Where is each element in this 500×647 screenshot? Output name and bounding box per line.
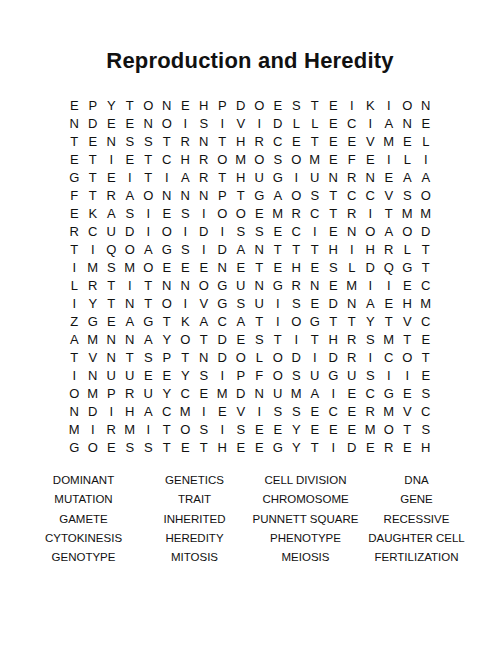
grid-cell[interactable]: S xyxy=(417,420,436,438)
grid-cell[interactable]: O xyxy=(213,150,232,168)
grid-cell[interactable]: L xyxy=(398,240,417,258)
grid-cell[interactable]: I xyxy=(269,294,288,312)
grid-cell[interactable]: Y xyxy=(102,96,121,114)
grid-cell[interactable]: I xyxy=(65,366,84,384)
grid-cell[interactable]: N xyxy=(121,294,140,312)
grid-cell[interactable]: A xyxy=(232,312,251,330)
grid-cell[interactable]: S xyxy=(287,366,306,384)
grid-cell[interactable]: R xyxy=(65,222,84,240)
grid-cell[interactable]: E xyxy=(250,204,269,222)
grid-cell[interactable]: S xyxy=(195,420,214,438)
grid-cell[interactable]: M xyxy=(269,204,288,222)
grid-cell[interactable]: S xyxy=(287,96,306,114)
grid-cell[interactable]: T xyxy=(84,186,103,204)
grid-cell[interactable]: E xyxy=(343,420,362,438)
grid-cell[interactable]: Y xyxy=(158,384,177,402)
grid-cell[interactable]: S xyxy=(250,222,269,240)
grid-cell[interactable]: M xyxy=(380,132,399,150)
grid-cell[interactable]: O xyxy=(176,420,195,438)
grid-cell[interactable]: C xyxy=(84,222,103,240)
grid-cell[interactable]: T xyxy=(269,330,288,348)
grid-cell[interactable]: H xyxy=(287,258,306,276)
grid-cell[interactable]: O xyxy=(213,204,232,222)
grid-cell[interactable]: N xyxy=(250,384,269,402)
grid-cell[interactable]: T xyxy=(158,438,177,456)
grid-cell[interactable]: T xyxy=(306,132,325,150)
grid-cell[interactable]: T xyxy=(398,330,417,348)
grid-cell[interactable]: E xyxy=(324,420,343,438)
grid-cell[interactable]: F xyxy=(65,186,84,204)
grid-cell[interactable]: I xyxy=(306,348,325,366)
grid-cell[interactable]: M xyxy=(176,402,195,420)
grid-cell[interactable]: C xyxy=(269,132,288,150)
grid-cell[interactable]: I xyxy=(269,312,288,330)
grid-cell[interactable]: N xyxy=(139,114,158,132)
grid-cell[interactable]: N xyxy=(158,186,177,204)
grid-cell[interactable]: E xyxy=(398,384,417,402)
grid-cell[interactable]: I xyxy=(102,150,121,168)
grid-cell[interactable]: A xyxy=(102,204,121,222)
grid-cell[interactable]: E xyxy=(306,420,325,438)
grid-cell[interactable]: A xyxy=(361,294,380,312)
grid-cell[interactable]: E xyxy=(361,150,380,168)
grid-cell[interactable]: Q xyxy=(380,258,399,276)
grid-cell[interactable]: N xyxy=(176,276,195,294)
grid-cell[interactable]: L xyxy=(250,348,269,366)
grid-cell[interactable]: E xyxy=(213,402,232,420)
grid-cell[interactable]: M xyxy=(84,330,103,348)
grid-cell[interactable]: R xyxy=(287,276,306,294)
grid-cell[interactable]: M xyxy=(417,294,436,312)
grid-cell[interactable]: V xyxy=(195,294,214,312)
grid-cell[interactable]: P xyxy=(213,96,232,114)
grid-cell[interactable]: U xyxy=(250,294,269,312)
grid-cell[interactable]: M xyxy=(380,402,399,420)
grid-cell[interactable]: I xyxy=(102,402,121,420)
grid-cell[interactable]: O xyxy=(398,222,417,240)
grid-cell[interactable]: T xyxy=(65,240,84,258)
grid-cell[interactable]: I xyxy=(176,294,195,312)
grid-cell[interactable]: R xyxy=(287,204,306,222)
grid-cell[interactable]: S xyxy=(287,402,306,420)
grid-cell[interactable]: G xyxy=(139,312,158,330)
grid-cell[interactable]: C xyxy=(361,384,380,402)
grid-cell[interactable]: E xyxy=(102,312,121,330)
grid-cell[interactable]: C xyxy=(417,312,436,330)
grid-cell[interactable]: N xyxy=(343,294,362,312)
grid-cell[interactable]: E xyxy=(306,402,325,420)
grid-cell[interactable]: G xyxy=(269,438,288,456)
grid-cell[interactable]: H xyxy=(121,402,140,420)
grid-cell[interactable]: N xyxy=(102,132,121,150)
grid-cell[interactable]: D xyxy=(232,96,251,114)
grid-cell[interactable]: I xyxy=(65,258,84,276)
grid-cell[interactable]: I xyxy=(361,276,380,294)
grid-cell[interactable]: V xyxy=(232,402,251,420)
grid-cell[interactable]: I xyxy=(250,114,269,132)
grid-cell[interactable]: E xyxy=(324,96,343,114)
grid-cell[interactable]: P xyxy=(213,186,232,204)
grid-cell[interactable]: I xyxy=(343,240,362,258)
grid-cell[interactable]: O xyxy=(380,420,399,438)
grid-cell[interactable]: D xyxy=(361,258,380,276)
grid-cell[interactable]: R xyxy=(361,402,380,420)
grid-cell[interactable]: T xyxy=(417,240,436,258)
grid-cell[interactable]: E xyxy=(324,132,343,150)
grid-cell[interactable]: E xyxy=(398,276,417,294)
grid-cell[interactable]: T xyxy=(139,168,158,186)
grid-cell[interactable]: N xyxy=(158,96,177,114)
grid-cell[interactable]: E xyxy=(65,150,84,168)
grid-cell[interactable]: G xyxy=(324,366,343,384)
grid-cell[interactable]: N xyxy=(250,276,269,294)
grid-cell[interactable]: G xyxy=(84,312,103,330)
grid-cell[interactable]: T xyxy=(232,186,251,204)
grid-cell[interactable]: N xyxy=(398,114,417,132)
grid-cell[interactable]: P xyxy=(158,348,177,366)
grid-cell[interactable]: S xyxy=(417,384,436,402)
grid-cell[interactable]: E xyxy=(324,150,343,168)
grid-cell[interactable]: E xyxy=(84,132,103,150)
grid-cell[interactable]: M xyxy=(306,150,325,168)
grid-cell[interactable]: C xyxy=(361,186,380,204)
grid-cell[interactable]: E xyxy=(232,438,251,456)
grid-cell[interactable]: O xyxy=(250,150,269,168)
grid-cell[interactable]: K xyxy=(84,204,103,222)
grid-cell[interactable]: D xyxy=(324,348,343,366)
grid-cell[interactable]: E xyxy=(398,132,417,150)
grid-cell[interactable]: N xyxy=(343,222,362,240)
grid-cell[interactable]: I xyxy=(84,240,103,258)
grid-cell[interactable]: L xyxy=(306,114,325,132)
grid-cell[interactable]: U xyxy=(306,168,325,186)
grid-cell[interactable]: T xyxy=(158,132,177,150)
grid-cell[interactable]: I xyxy=(139,222,158,240)
grid-cell[interactable]: T xyxy=(250,312,269,330)
grid-cell[interactable]: C xyxy=(213,312,232,330)
grid-cell[interactable]: I xyxy=(287,168,306,186)
grid-cell[interactable]: O xyxy=(84,438,103,456)
grid-cell[interactable]: D xyxy=(84,402,103,420)
grid-cell[interactable]: S xyxy=(232,294,251,312)
grid-cell[interactable]: I xyxy=(324,438,343,456)
grid-cell[interactable]: T xyxy=(102,276,121,294)
grid-cell[interactable]: T xyxy=(121,96,140,114)
grid-cell[interactable]: S xyxy=(232,420,251,438)
grid-cell[interactable]: D xyxy=(121,222,140,240)
grid-cell[interactable]: S xyxy=(269,150,288,168)
grid-cell[interactable]: S xyxy=(306,186,325,204)
grid-cell[interactable]: A xyxy=(139,402,158,420)
grid-cell[interactable]: H xyxy=(213,438,232,456)
grid-cell[interactable]: P xyxy=(232,366,251,384)
grid-cell[interactable]: V xyxy=(380,186,399,204)
grid-cell[interactable]: L xyxy=(343,258,362,276)
grid-cell[interactable]: M xyxy=(121,258,140,276)
grid-cell[interactable]: N xyxy=(84,366,103,384)
grid-cell[interactable]: T xyxy=(250,258,269,276)
grid-cell[interactable]: H xyxy=(232,132,251,150)
grid-cell[interactable]: Y xyxy=(158,330,177,348)
grid-cell[interactable]: H xyxy=(417,438,436,456)
grid-cell[interactable]: G xyxy=(306,312,325,330)
grid-cell[interactable]: E xyxy=(324,276,343,294)
grid-cell[interactable]: I xyxy=(84,420,103,438)
grid-cell[interactable]: G xyxy=(269,168,288,186)
grid-cell[interactable]: N xyxy=(176,186,195,204)
grid-cell[interactable]: R xyxy=(380,438,399,456)
grid-cell[interactable]: S xyxy=(324,258,343,276)
grid-cell[interactable]: T xyxy=(158,312,177,330)
grid-cell[interactable]: O xyxy=(250,96,269,114)
grid-cell[interactable]: M xyxy=(343,276,362,294)
grid-cell[interactable]: I xyxy=(361,348,380,366)
grid-cell[interactable]: T xyxy=(269,240,288,258)
grid-cell[interactable]: C xyxy=(417,402,436,420)
grid-cell[interactable]: N xyxy=(361,168,380,186)
grid-cell[interactable]: I xyxy=(361,114,380,132)
grid-cell[interactable]: E xyxy=(398,438,417,456)
grid-cell[interactable]: M xyxy=(232,150,251,168)
grid-cell[interactable]: K xyxy=(361,96,380,114)
grid-cell[interactable]: D xyxy=(269,114,288,132)
grid-cell[interactable]: U xyxy=(250,168,269,186)
grid-cell[interactable]: E xyxy=(417,366,436,384)
grid-cell[interactable]: G xyxy=(269,276,288,294)
grid-cell[interactable]: E xyxy=(269,222,288,240)
grid-cell[interactable]: A xyxy=(398,168,417,186)
grid-cell[interactable]: T xyxy=(324,186,343,204)
grid-cell[interactable]: E xyxy=(361,438,380,456)
grid-cell[interactable]: R xyxy=(343,204,362,222)
grid-cell[interactable]: E xyxy=(176,438,195,456)
grid-cell[interactable]: D xyxy=(195,222,214,240)
grid-cell[interactable]: C xyxy=(343,186,362,204)
grid-cell[interactable]: I xyxy=(213,366,232,384)
grid-cell[interactable]: S xyxy=(121,132,140,150)
grid-cell[interactable]: O xyxy=(398,348,417,366)
grid-cell[interactable]: U xyxy=(139,384,158,402)
grid-cell[interactable]: U xyxy=(102,366,121,384)
grid-cell[interactable]: E xyxy=(158,258,177,276)
grid-cell[interactable]: E xyxy=(417,114,436,132)
grid-cell[interactable]: S xyxy=(139,438,158,456)
grid-cell[interactable]: S xyxy=(121,438,140,456)
grid-cell[interactable]: E xyxy=(343,402,362,420)
grid-cell[interactable]: G xyxy=(213,276,232,294)
grid-cell[interactable]: T xyxy=(84,150,103,168)
grid-cell[interactable]: O xyxy=(398,96,417,114)
grid-cell[interactable]: T xyxy=(65,348,84,366)
grid-cell[interactable]: A xyxy=(121,186,140,204)
grid-cell[interactable]: F xyxy=(343,150,362,168)
grid-cell[interactable]: O xyxy=(121,240,140,258)
grid-cell[interactable]: R xyxy=(195,168,214,186)
grid-cell[interactable]: O xyxy=(232,348,251,366)
grid-cell[interactable]: R xyxy=(343,348,362,366)
grid-cell[interactable]: T xyxy=(176,348,195,366)
grid-cell[interactable]: U xyxy=(269,384,288,402)
grid-cell[interactable]: T xyxy=(398,420,417,438)
grid-cell[interactable]: E xyxy=(139,366,158,384)
grid-cell[interactable]: T xyxy=(417,258,436,276)
grid-cell[interactable]: A xyxy=(65,330,84,348)
grid-cell[interactable]: A xyxy=(306,384,325,402)
grid-cell[interactable]: L xyxy=(65,276,84,294)
grid-cell[interactable]: G xyxy=(380,384,399,402)
grid-cell[interactable]: S xyxy=(232,222,251,240)
grid-cell[interactable]: V xyxy=(361,132,380,150)
grid-cell[interactable]: I xyxy=(380,366,399,384)
grid-cell[interactable]: O xyxy=(232,204,251,222)
grid-cell[interactable]: D xyxy=(84,114,103,132)
grid-cell[interactable]: I xyxy=(176,114,195,132)
grid-cell[interactable]: T xyxy=(65,132,84,150)
grid-cell[interactable]: M xyxy=(84,384,103,402)
grid-cell[interactable]: D xyxy=(287,348,306,366)
grid-cell[interactable]: A xyxy=(380,114,399,132)
grid-cell[interactable]: E xyxy=(195,258,214,276)
grid-cell[interactable]: T xyxy=(139,276,158,294)
grid-cell[interactable]: E xyxy=(121,150,140,168)
grid-cell[interactable]: N xyxy=(158,276,177,294)
grid-cell[interactable]: T xyxy=(139,294,158,312)
grid-cell[interactable]: T xyxy=(324,312,343,330)
grid-cell[interactable]: I xyxy=(213,222,232,240)
grid-cell[interactable]: H xyxy=(398,294,417,312)
grid-cell[interactable]: T xyxy=(287,240,306,258)
grid-cell[interactable]: I xyxy=(195,204,214,222)
grid-cell[interactable]: T xyxy=(306,96,325,114)
grid-cell[interactable]: E xyxy=(287,132,306,150)
grid-cell[interactable]: V xyxy=(398,312,417,330)
grid-cell[interactable]: C xyxy=(158,150,177,168)
grid-cell[interactable]: S xyxy=(361,330,380,348)
grid-cell[interactable]: C xyxy=(176,384,195,402)
grid-cell[interactable]: O xyxy=(158,114,177,132)
grid-cell[interactable]: T xyxy=(102,294,121,312)
grid-cell[interactable]: E xyxy=(250,420,269,438)
grid-cell[interactable]: T xyxy=(84,168,103,186)
grid-cell[interactable]: R xyxy=(380,240,399,258)
grid-cell[interactable]: N xyxy=(65,114,84,132)
grid-cell[interactable]: E xyxy=(102,438,121,456)
grid-cell[interactable]: C xyxy=(417,276,436,294)
grid-cell[interactable]: E xyxy=(195,384,214,402)
grid-cell[interactable]: S xyxy=(195,366,214,384)
grid-cell[interactable]: P xyxy=(102,384,121,402)
grid-cell[interactable]: R xyxy=(195,150,214,168)
grid-cell[interactable]: E xyxy=(102,168,121,186)
grid-cell[interactable]: E xyxy=(232,258,251,276)
grid-cell[interactable]: E xyxy=(380,168,399,186)
grid-cell[interactable]: Y xyxy=(176,366,195,384)
grid-cell[interactable]: E xyxy=(324,114,343,132)
grid-cell[interactable]: I xyxy=(158,168,177,186)
grid-cell[interactable]: T xyxy=(213,168,232,186)
grid-cell[interactable]: O xyxy=(269,366,288,384)
grid-cell[interactable]: E xyxy=(65,204,84,222)
grid-cell[interactable]: N xyxy=(306,276,325,294)
grid-cell[interactable]: Q xyxy=(102,240,121,258)
grid-cell[interactable]: E xyxy=(158,204,177,222)
grid-cell[interactable]: A xyxy=(139,240,158,258)
grid-cell[interactable]: I xyxy=(417,150,436,168)
grid-cell[interactable]: S xyxy=(139,132,158,150)
grid-cell[interactable]: S xyxy=(139,348,158,366)
grid-cell[interactable]: D xyxy=(343,438,362,456)
grid-cell[interactable]: N xyxy=(324,168,343,186)
grid-cell[interactable]: Y xyxy=(361,312,380,330)
grid-cell[interactable]: A xyxy=(417,168,436,186)
grid-cell[interactable]: O xyxy=(158,222,177,240)
grid-cell[interactable]: E xyxy=(269,96,288,114)
grid-cell[interactable]: E xyxy=(343,132,362,150)
grid-cell[interactable]: E xyxy=(102,114,121,132)
grid-cell[interactable]: R xyxy=(102,420,121,438)
grid-cell[interactable]: O xyxy=(417,186,436,204)
grid-cell[interactable]: A xyxy=(232,240,251,258)
grid-cell[interactable]: D xyxy=(232,384,251,402)
grid-cell[interactable]: H xyxy=(324,240,343,258)
grid-cell[interactable]: A xyxy=(195,312,214,330)
grid-cell[interactable]: E xyxy=(250,438,269,456)
grid-cell[interactable]: A xyxy=(139,330,158,348)
grid-cell[interactable]: H xyxy=(361,240,380,258)
grid-cell[interactable]: O xyxy=(287,150,306,168)
grid-cell[interactable]: I xyxy=(65,294,84,312)
grid-cell[interactable]: D xyxy=(417,222,436,240)
grid-cell[interactable]: T xyxy=(121,348,140,366)
grid-cell[interactable]: A xyxy=(121,312,140,330)
grid-cell[interactable]: R xyxy=(176,132,195,150)
grid-cell[interactable]: E xyxy=(65,96,84,114)
grid-cell[interactable]: S xyxy=(176,204,195,222)
grid-cell[interactable]: T xyxy=(306,330,325,348)
grid-cell[interactable]: C xyxy=(287,222,306,240)
grid-cell[interactable]: I xyxy=(306,222,325,240)
grid-cell[interactable]: R xyxy=(84,276,103,294)
grid-cell[interactable]: R xyxy=(343,168,362,186)
grid-cell[interactable]: M xyxy=(213,384,232,402)
grid-cell[interactable]: T xyxy=(417,348,436,366)
grid-cell[interactable]: T xyxy=(380,204,399,222)
grid-cell[interactable]: E xyxy=(176,96,195,114)
grid-cell[interactable]: T xyxy=(195,330,214,348)
grid-cell[interactable]: E xyxy=(306,294,325,312)
grid-cell[interactable]: L xyxy=(417,132,436,150)
grid-cell[interactable]: E xyxy=(417,330,436,348)
grid-cell[interactable]: N xyxy=(250,240,269,258)
grid-cell[interactable]: Y xyxy=(287,420,306,438)
grid-cell[interactable]: N xyxy=(213,258,232,276)
grid-cell[interactable]: O xyxy=(139,96,158,114)
grid-cell[interactable]: O xyxy=(139,186,158,204)
grid-cell[interactable]: S xyxy=(102,258,121,276)
grid-cell[interactable]: M xyxy=(287,384,306,402)
grid-cell[interactable]: V xyxy=(398,402,417,420)
grid-cell[interactable]: I xyxy=(324,384,343,402)
grid-cell[interactable]: D xyxy=(324,294,343,312)
grid-cell[interactable]: O xyxy=(361,222,380,240)
grid-cell[interactable]: M xyxy=(361,420,380,438)
grid-cell[interactable]: G xyxy=(213,294,232,312)
grid-cell[interactable]: U xyxy=(232,276,251,294)
grid-cell[interactable]: O xyxy=(269,348,288,366)
grid-cell[interactable]: C xyxy=(343,114,362,132)
grid-cell[interactable]: U xyxy=(306,366,325,384)
grid-cell[interactable]: I xyxy=(398,366,417,384)
